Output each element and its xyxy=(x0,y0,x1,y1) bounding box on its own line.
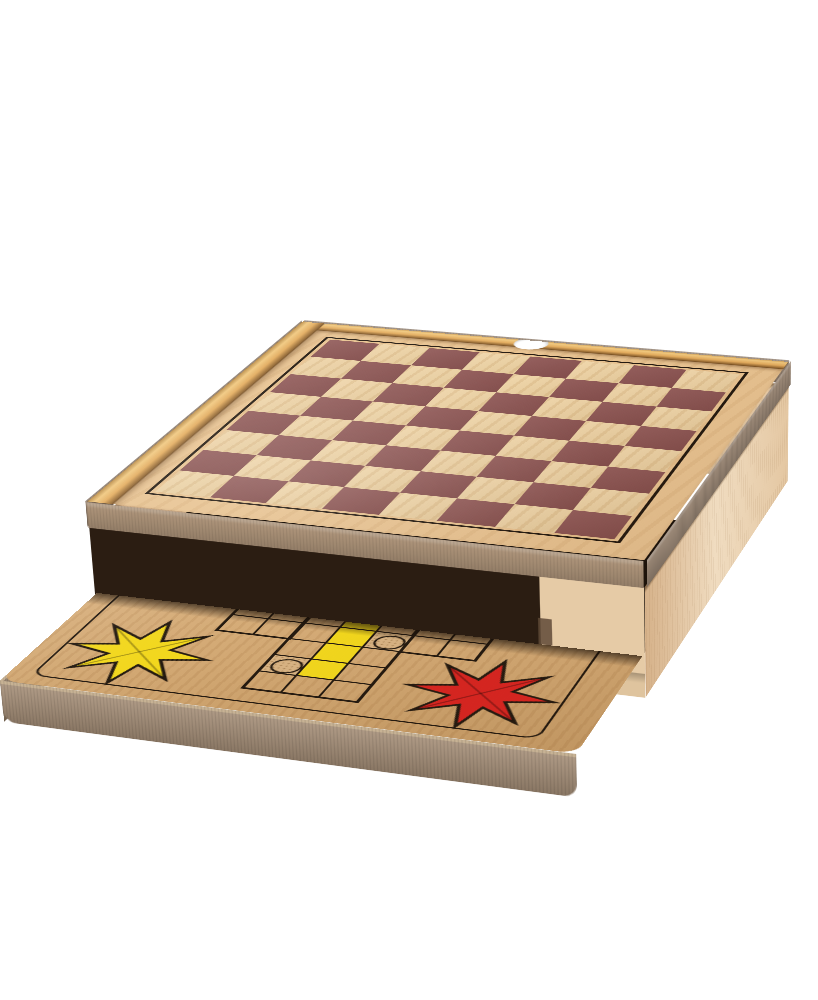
product-photo-scene xyxy=(0,0,818,1000)
box-front-rabbet-notch xyxy=(538,618,552,646)
